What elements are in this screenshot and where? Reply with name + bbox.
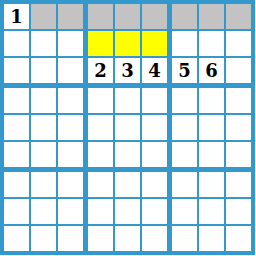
cell-r2c8[interactable] [199, 31, 226, 58]
cell-r2c3[interactable] [58, 31, 88, 58]
cell-r7c8[interactable] [199, 172, 226, 199]
cell-r1c8[interactable] [199, 4, 226, 31]
cell-r7c6[interactable] [142, 172, 172, 199]
cell-r9c3[interactable] [58, 226, 88, 251]
cell-r6c4[interactable] [88, 142, 115, 172]
cell-r8c7[interactable] [172, 199, 199, 226]
cell-r6c6[interactable] [142, 142, 172, 172]
cell-r7c9[interactable] [226, 172, 251, 199]
cell-r4c5[interactable] [115, 88, 142, 115]
cell-r8c4[interactable] [88, 199, 115, 226]
cell-r8c3[interactable] [58, 199, 88, 226]
cell-r2c1[interactable] [4, 31, 31, 58]
cell-r9c8[interactable] [199, 226, 226, 251]
cell-r4c7[interactable] [172, 88, 199, 115]
cell-r3c6[interactable]: 4 [142, 58, 172, 88]
cell-r8c9[interactable] [226, 199, 251, 226]
cell-r9c9[interactable] [226, 226, 251, 251]
cell-r5c3[interactable] [58, 115, 88, 142]
cell-r4c4[interactable] [88, 88, 115, 115]
cell-r2c4[interactable] [88, 31, 115, 58]
cell-r1c2[interactable] [31, 4, 58, 31]
cell-r3c9[interactable] [226, 58, 251, 88]
cell-r2c7[interactable] [172, 31, 199, 58]
cell-r8c5[interactable] [115, 199, 142, 226]
cell-r7c3[interactable] [58, 172, 88, 199]
cell-r1c6[interactable] [142, 4, 172, 31]
cell-r8c1[interactable] [4, 199, 31, 226]
cell-r6c8[interactable] [199, 142, 226, 172]
cell-r5c5[interactable] [115, 115, 142, 142]
cell-r2c2[interactable] [31, 31, 58, 58]
cell-r6c5[interactable] [115, 142, 142, 172]
cell-r5c4[interactable] [88, 115, 115, 142]
sudoku-board: 123456 [0, 0, 255, 255]
cell-r2c6[interactable] [142, 31, 172, 58]
cell-r1c5[interactable] [115, 4, 142, 31]
cell-r9c6[interactable] [142, 226, 172, 251]
cell-r3c2[interactable] [31, 58, 58, 88]
cell-r6c7[interactable] [172, 142, 199, 172]
cell-r7c4[interactable] [88, 172, 115, 199]
cell-r8c2[interactable] [31, 199, 58, 226]
cell-r3c5[interactable]: 3 [115, 58, 142, 88]
cell-r5c1[interactable] [4, 115, 31, 142]
cell-r7c5[interactable] [115, 172, 142, 199]
cell-r1c7[interactable] [172, 4, 199, 31]
cell-r9c4[interactable] [88, 226, 115, 251]
cell-r4c3[interactable] [58, 88, 88, 115]
cell-r3c3[interactable] [58, 58, 88, 88]
cell-r2c9[interactable] [226, 31, 251, 58]
cell-r4c2[interactable] [31, 88, 58, 115]
cell-r5c8[interactable] [199, 115, 226, 142]
cell-r4c9[interactable] [226, 88, 251, 115]
cell-r4c1[interactable] [4, 88, 31, 115]
cell-r6c1[interactable] [4, 142, 31, 172]
cell-r6c9[interactable] [226, 142, 251, 172]
cell-r2c5[interactable] [115, 31, 142, 58]
cell-r9c1[interactable] [4, 226, 31, 251]
cell-r5c6[interactable] [142, 115, 172, 142]
cell-r6c3[interactable] [58, 142, 88, 172]
cell-r1c9[interactable] [226, 4, 251, 31]
cell-r5c9[interactable] [226, 115, 251, 142]
cell-r9c2[interactable] [31, 226, 58, 251]
cell-r5c2[interactable] [31, 115, 58, 142]
cell-r3c1[interactable] [4, 58, 31, 88]
cell-r3c7[interactable]: 5 [172, 58, 199, 88]
cell-r3c4[interactable]: 2 [88, 58, 115, 88]
cell-r7c1[interactable] [4, 172, 31, 199]
cell-r4c8[interactable] [199, 88, 226, 115]
cell-r8c8[interactable] [199, 199, 226, 226]
cell-r1c3[interactable] [58, 4, 88, 31]
cell-r7c7[interactable] [172, 172, 199, 199]
cell-r4c6[interactable] [142, 88, 172, 115]
cell-r6c2[interactable] [31, 142, 58, 172]
cell-r3c8[interactable]: 6 [199, 58, 226, 88]
cell-r9c7[interactable] [172, 226, 199, 251]
cell-r5c7[interactable] [172, 115, 199, 142]
cell-r7c2[interactable] [31, 172, 58, 199]
cell-r1c4[interactable] [88, 4, 115, 31]
cell-r9c5[interactable] [115, 226, 142, 251]
cell-r8c6[interactable] [142, 199, 172, 226]
cell-r1c1[interactable]: 1 [4, 4, 31, 31]
